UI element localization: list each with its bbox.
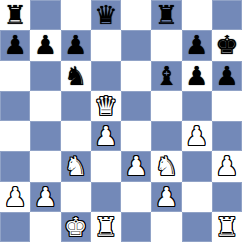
square-d5[interactable]: ♛ (91, 91, 121, 121)
piece-black-bishop: ♝ (155, 61, 178, 91)
square-h6[interactable]: ♟ (212, 61, 242, 91)
square-h5[interactable] (212, 91, 242, 121)
square-e3[interactable]: ♟ (121, 151, 151, 181)
square-a6[interactable] (0, 61, 30, 91)
square-a2[interactable]: ♟ (0, 182, 30, 212)
square-f8[interactable]: ♜ (151, 0, 181, 30)
piece-white-pawn: ♟ (94, 121, 117, 151)
square-c5[interactable] (61, 91, 91, 121)
square-e7[interactable] (121, 30, 151, 60)
square-b4[interactable] (30, 121, 60, 151)
piece-white-pawn: ♟ (124, 151, 147, 181)
square-a7[interactable]: ♟ (0, 30, 30, 60)
square-a8[interactable]: ♜ (0, 0, 30, 30)
square-g5[interactable] (182, 91, 212, 121)
square-f1[interactable] (151, 212, 181, 242)
piece-white-rook: ♜ (94, 212, 117, 242)
piece-black-pawn: ♟ (185, 30, 208, 60)
square-c1[interactable]: ♚ (61, 212, 91, 242)
square-c7[interactable]: ♟ (61, 30, 91, 60)
square-g8[interactable] (182, 0, 212, 30)
square-f4[interactable] (151, 121, 181, 151)
square-d7[interactable] (91, 30, 121, 60)
square-a4[interactable] (0, 121, 30, 151)
square-a5[interactable] (0, 91, 30, 121)
square-d3[interactable] (91, 151, 121, 181)
square-h3[interactable]: ♟ (212, 151, 242, 181)
chess-board: ♜♛♜♟♟♟♟♚♞♝♟♟♛♟♟♞♟♞♟♟♟♟♚♜♜ (0, 0, 242, 242)
piece-black-rook: ♜ (155, 0, 178, 30)
square-c8[interactable] (61, 0, 91, 30)
square-e2[interactable] (121, 182, 151, 212)
piece-white-rook: ♜ (215, 212, 238, 242)
square-c6[interactable]: ♞ (61, 61, 91, 91)
piece-white-pawn: ♟ (185, 121, 208, 151)
square-b2[interactable]: ♟ (30, 182, 60, 212)
square-c4[interactable] (61, 121, 91, 151)
square-b8[interactable] (30, 0, 60, 30)
square-f5[interactable] (151, 91, 181, 121)
piece-white-pawn: ♟ (215, 151, 238, 181)
piece-white-knight: ♞ (64, 151, 87, 181)
square-g2[interactable] (182, 182, 212, 212)
piece-white-king: ♚ (64, 212, 87, 242)
square-h1[interactable]: ♜ (212, 212, 242, 242)
piece-white-queen: ♛ (94, 91, 117, 121)
square-b1[interactable] (30, 212, 60, 242)
square-f2[interactable]: ♟ (151, 182, 181, 212)
square-a3[interactable] (0, 151, 30, 181)
square-b7[interactable]: ♟ (30, 30, 60, 60)
square-h8[interactable] (212, 0, 242, 30)
square-a1[interactable] (0, 212, 30, 242)
square-d4[interactable]: ♟ (91, 121, 121, 151)
square-g6[interactable]: ♟ (182, 61, 212, 91)
square-e8[interactable] (121, 0, 151, 30)
piece-black-rook: ♜ (3, 0, 26, 30)
square-d6[interactable] (91, 61, 121, 91)
piece-black-pawn: ♟ (64, 30, 87, 60)
square-f7[interactable] (151, 30, 181, 60)
square-g1[interactable] (182, 212, 212, 242)
square-d1[interactable]: ♜ (91, 212, 121, 242)
piece-white-pawn: ♟ (155, 182, 178, 212)
square-c2[interactable] (61, 182, 91, 212)
piece-white-pawn: ♟ (3, 182, 26, 212)
piece-black-pawn: ♟ (215, 61, 238, 91)
square-c3[interactable]: ♞ (61, 151, 91, 181)
piece-black-pawn: ♟ (3, 30, 26, 60)
square-e4[interactable] (121, 121, 151, 151)
square-f6[interactable]: ♝ (151, 61, 181, 91)
square-g3[interactable] (182, 151, 212, 181)
square-d8[interactable]: ♛ (91, 0, 121, 30)
piece-black-king: ♚ (215, 30, 238, 60)
square-g7[interactable]: ♟ (182, 30, 212, 60)
piece-black-pawn: ♟ (34, 30, 57, 60)
piece-black-pawn: ♟ (185, 61, 208, 91)
piece-black-queen: ♛ (94, 0, 117, 30)
square-h2[interactable] (212, 182, 242, 212)
square-g4[interactable]: ♟ (182, 121, 212, 151)
square-b3[interactable] (30, 151, 60, 181)
square-e6[interactable] (121, 61, 151, 91)
square-e5[interactable] (121, 91, 151, 121)
square-f3[interactable]: ♞ (151, 151, 181, 181)
piece-white-knight: ♞ (155, 151, 178, 181)
piece-white-pawn: ♟ (34, 182, 57, 212)
piece-black-knight: ♞ (64, 61, 87, 91)
square-b5[interactable] (30, 91, 60, 121)
square-h7[interactable]: ♚ (212, 30, 242, 60)
square-e1[interactable] (121, 212, 151, 242)
square-h4[interactable] (212, 121, 242, 151)
square-b6[interactable] (30, 61, 60, 91)
square-d2[interactable] (91, 182, 121, 212)
